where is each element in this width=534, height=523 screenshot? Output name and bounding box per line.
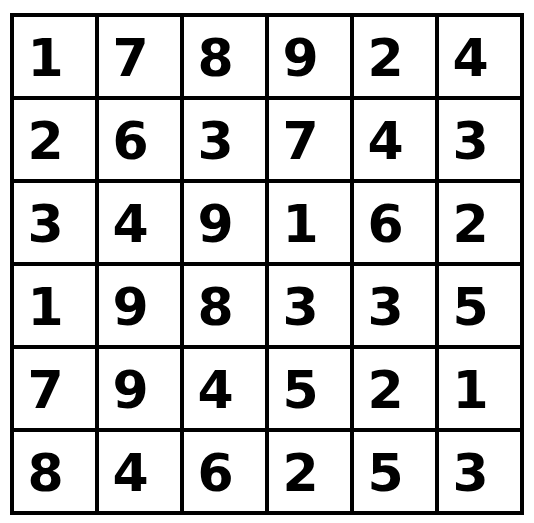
cell-digit: 1 — [452, 364, 488, 416]
grid-cell[interactable]: 1 — [267, 181, 352, 264]
grid-cell[interactable]: 4 — [437, 15, 522, 98]
grid-cell[interactable]: 4 — [352, 98, 437, 181]
cell-digit: 3 — [452, 115, 488, 167]
cell-digit: 7 — [282, 115, 318, 167]
cell-digit: 3 — [452, 447, 488, 499]
number-grid: 178924263743349162198335794521846253 — [10, 13, 524, 515]
grid-cell[interactable]: 3 — [12, 181, 97, 264]
grid-cell[interactable]: 3 — [352, 264, 437, 347]
cell-digit: 3 — [197, 115, 233, 167]
grid-cell[interactable]: 3 — [437, 430, 522, 513]
cell-digit: 4 — [367, 115, 403, 167]
grid-cell[interactable]: 1 — [12, 264, 97, 347]
cell-digit: 4 — [197, 364, 233, 416]
cell-digit: 6 — [367, 198, 403, 250]
cell-digit: 8 — [197, 32, 233, 84]
grid-cell[interactable]: 3 — [182, 98, 267, 181]
grid-cell[interactable]: 1 — [437, 347, 522, 430]
grid-cell[interactable]: 6 — [352, 181, 437, 264]
cell-digit: 9 — [112, 364, 148, 416]
cell-digit: 2 — [452, 198, 488, 250]
grid-cell[interactable]: 4 — [182, 347, 267, 430]
grid-cell[interactable]: 2 — [437, 181, 522, 264]
grid-cell[interactable]: 6 — [182, 430, 267, 513]
cell-digit: 2 — [282, 447, 318, 499]
grid-cell[interactable]: 3 — [437, 98, 522, 181]
cell-digit: 7 — [27, 364, 63, 416]
grid-cell[interactable]: 6 — [97, 98, 182, 181]
grid-cell[interactable]: 4 — [97, 430, 182, 513]
grid-cell[interactable]: 7 — [12, 347, 97, 430]
cell-digit: 1 — [27, 281, 63, 333]
cell-digit: 9 — [282, 32, 318, 84]
cell-digit: 8 — [27, 447, 63, 499]
cell-digit: 7 — [112, 32, 148, 84]
cell-digit: 9 — [112, 281, 148, 333]
grid-cell[interactable]: 9 — [267, 15, 352, 98]
cell-digit: 2 — [367, 32, 403, 84]
grid-cell[interactable]: 7 — [97, 15, 182, 98]
grid-cell[interactable]: 7 — [267, 98, 352, 181]
cell-digit: 5 — [452, 281, 488, 333]
cell-digit: 4 — [112, 447, 148, 499]
cell-digit: 5 — [367, 447, 403, 499]
cell-digit: 3 — [27, 198, 63, 250]
cell-digit: 4 — [112, 198, 148, 250]
cell-digit: 2 — [27, 115, 63, 167]
grid-cell[interactable]: 2 — [267, 430, 352, 513]
cell-digit: 1 — [282, 198, 318, 250]
cell-digit: 9 — [197, 198, 233, 250]
grid-cell[interactable]: 9 — [182, 181, 267, 264]
cell-digit: 3 — [282, 281, 318, 333]
grid-cell[interactable]: 8 — [12, 430, 97, 513]
cell-digit: 5 — [282, 364, 318, 416]
grid-cell[interactable]: 9 — [97, 264, 182, 347]
cell-digit: 2 — [367, 364, 403, 416]
grid-cell[interactable]: 5 — [267, 347, 352, 430]
grid-cell[interactable]: 5 — [437, 264, 522, 347]
puzzle-board: 178924263743349162198335794521846253 — [10, 13, 524, 515]
grid-cell[interactable]: 2 — [12, 98, 97, 181]
cell-digit: 6 — [112, 115, 148, 167]
cell-digit: 8 — [197, 281, 233, 333]
grid-cell[interactable]: 1 — [12, 15, 97, 98]
grid-cell[interactable]: 2 — [352, 15, 437, 98]
grid-cell[interactable]: 8 — [182, 15, 267, 98]
grid-cell[interactable]: 4 — [97, 181, 182, 264]
cell-digit: 6 — [197, 447, 233, 499]
grid-cell[interactable]: 3 — [267, 264, 352, 347]
cell-digit: 3 — [367, 281, 403, 333]
cell-digit: 1 — [27, 32, 63, 84]
grid-cell[interactable]: 9 — [97, 347, 182, 430]
grid-cell[interactable]: 8 — [182, 264, 267, 347]
grid-cell[interactable]: 5 — [352, 430, 437, 513]
cell-digit: 4 — [452, 32, 488, 84]
grid-cell[interactable]: 2 — [352, 347, 437, 430]
